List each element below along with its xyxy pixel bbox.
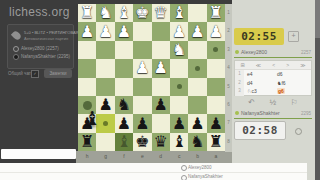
white-player-line[interactable]: Alexey2800 (2257) xyxy=(13,46,59,52)
square-b6[interactable] xyxy=(188,96,206,114)
square-e7[interactable]: ♟ xyxy=(133,114,151,132)
game-info-line2: Автоматическая партия xyxy=(24,36,68,41)
move-row: 3 ♘c3 g6 xyxy=(235,87,311,96)
rank-label-3: 3 xyxy=(225,41,232,59)
square-b4[interactable] xyxy=(188,59,206,77)
white-piece-g1[interactable]: ♞ xyxy=(96,4,114,22)
square-h5[interactable] xyxy=(78,78,96,96)
square-b8[interactable]: ♞ xyxy=(188,133,206,151)
square-a3[interactable] xyxy=(207,41,225,59)
move-black[interactable]: d6 xyxy=(277,71,311,77)
square-a4[interactable] xyxy=(207,59,225,77)
black-piece-c7[interactable]: ♟ xyxy=(170,114,188,132)
white-piece-c3[interactable]: ♞ xyxy=(170,41,188,59)
square-h4[interactable] xyxy=(78,59,96,77)
square-d4[interactable]: ♟ xyxy=(152,59,170,77)
chess-board[interactable]: ♜♞♝♚♛♝♜♟♟♟♟♟♟♞♟♟♟♞♟♟♟♟♟♟♟♜♝♚♛♝♞♜ xyxy=(78,4,225,151)
white-piece-h1[interactable]: ♜ xyxy=(78,4,96,22)
square-b3[interactable] xyxy=(188,41,206,59)
blitz-fire-icon xyxy=(11,30,22,41)
scrollbar-thumb[interactable] xyxy=(315,0,320,38)
file-label-f: f xyxy=(115,153,133,159)
square-f7[interactable]: ♟ xyxy=(115,114,133,132)
square-b7[interactable]: ♟ xyxy=(188,114,206,132)
move-black[interactable]: ♞f6 xyxy=(277,80,311,86)
square-d3[interactable] xyxy=(152,41,170,59)
move-nav-bar: ⊞ ≪ < > ≫ xyxy=(235,61,311,70)
ghost-piece-f8: ♝ xyxy=(115,133,133,151)
game-info-box: 5+0 • BLITZ • РЕЙТИНГОВАЯ Автоматическая… xyxy=(7,24,74,69)
white-player-row[interactable]: Alexey2800 2257 xyxy=(234,48,312,58)
file-label-h: h xyxy=(78,153,96,159)
chat-input[interactable] xyxy=(1,149,76,159)
black-piece-a8[interactable]: ♜ xyxy=(207,133,225,151)
white-piece-a2[interactable]: ♟ xyxy=(207,22,225,40)
white-piece-f2[interactable]: ♟ xyxy=(115,22,133,40)
table-row[interactable]: NafanyaShakhter xyxy=(0,173,307,181)
table-row[interactable]: Alexey2800 xyxy=(0,163,307,173)
black-piece-d8[interactable]: ♛ xyxy=(152,133,170,151)
white-piece-b2[interactable]: ♟ xyxy=(188,22,206,40)
black-piece-b7[interactable]: ♟ xyxy=(188,114,206,132)
move-row: 1 e4 d6 xyxy=(235,70,311,79)
square-c5[interactable] xyxy=(170,78,188,96)
file-label-g: g xyxy=(96,153,114,159)
white-color-icon xyxy=(13,46,19,52)
square-f4[interactable] xyxy=(115,59,133,77)
rank-label-1: 1 xyxy=(225,4,232,22)
file-coordinates: hgfedcba xyxy=(78,153,226,159)
square-b1[interactable] xyxy=(188,4,206,22)
white-piece-d4[interactable]: ♟ xyxy=(152,59,170,77)
move-list-box: ⊞ ≪ < > ≫ 1 e4 d6 2 d4 ♞f6 3 ♘c3 g6 xyxy=(234,60,312,96)
square-f8[interactable]: ♝ xyxy=(115,133,133,151)
square-h3[interactable] xyxy=(78,41,96,59)
square-f6[interactable]: ♞ xyxy=(115,96,133,114)
black-clock: 02:58 xyxy=(234,121,286,140)
file-label-a: a xyxy=(207,153,225,159)
square-a1[interactable]: ♜ xyxy=(207,4,225,22)
notes-button[interactable]: Заметки xyxy=(44,69,72,78)
next-move-icon[interactable]: > xyxy=(286,61,289,69)
black-piece-e8[interactable]: ♚ xyxy=(133,133,151,151)
draw-offer-icon[interactable]: ½ xyxy=(269,98,276,108)
move-dest-dot-b4 xyxy=(195,66,200,71)
square-a5[interactable] xyxy=(207,78,225,96)
move-black-current[interactable]: g6 xyxy=(277,88,311,94)
square-d5[interactable] xyxy=(152,78,170,96)
square-c8[interactable]: ♝ xyxy=(170,133,188,151)
black-piece-f6[interactable]: ♞ xyxy=(115,96,133,114)
square-h2[interactable]: ♟ xyxy=(78,22,96,40)
move-white[interactable]: e4 xyxy=(244,71,277,77)
file-label-c: c xyxy=(170,153,188,159)
square-h8[interactable]: ♜ xyxy=(78,133,96,151)
square-g5[interactable] xyxy=(96,78,114,96)
chat-label: Общий чат xyxy=(8,71,31,76)
scrollbar[interactable] xyxy=(315,0,320,180)
square-h1[interactable]: ♜ xyxy=(78,4,96,22)
game-controls: ↶ ½ ⚐ xyxy=(234,98,312,108)
rank-label-8: 8 xyxy=(225,133,232,151)
rank-coordinates: 12345678 xyxy=(225,4,232,152)
game-info-line1: 5+0 • BLITZ • РЕЙТИНГОВАЯ xyxy=(24,30,78,35)
square-f3[interactable] xyxy=(115,41,133,59)
white-piece-f1[interactable]: ♝ xyxy=(115,4,133,22)
move-row: 2 d4 ♞f6 xyxy=(235,79,311,88)
square-d1[interactable]: ♛ xyxy=(152,4,170,22)
square-d8[interactable]: ♛ xyxy=(152,133,170,151)
white-piece-e1[interactable]: ♚ xyxy=(133,4,151,22)
square-a7[interactable]: ♟ xyxy=(207,114,225,132)
square-g2[interactable]: ♟ xyxy=(96,22,114,40)
square-g1[interactable]: ♞ xyxy=(96,4,114,22)
white-piece-d1[interactable]: ♛ xyxy=(152,4,170,22)
white-color-icon xyxy=(181,175,187,181)
black-player-line[interactable]: NafanyaShakhter (2295) xyxy=(13,54,70,60)
panel-circle-icon[interactable] xyxy=(295,128,302,135)
square-c3[interactable]: ♞ xyxy=(170,41,188,59)
square-c1[interactable]: ♝ xyxy=(170,4,188,22)
white-piece-a1[interactable]: ♜ xyxy=(207,4,225,22)
black-piece-e7[interactable]: ♟ xyxy=(133,114,151,132)
square-g8[interactable] xyxy=(96,133,114,151)
square-c4[interactable] xyxy=(170,59,188,77)
white-color-icon xyxy=(181,165,187,171)
black-piece-f7[interactable]: ♟ xyxy=(115,114,133,132)
last-move-icon[interactable]: ≫ xyxy=(300,61,305,69)
resign-flag-icon[interactable]: ⚐ xyxy=(290,98,297,108)
square-d7[interactable] xyxy=(152,114,170,132)
file-label-e: e xyxy=(133,153,151,159)
online-dot-icon xyxy=(235,50,239,54)
rank-label-2: 2 xyxy=(225,22,232,40)
square-e4[interactable]: ♟ xyxy=(133,59,151,77)
white-piece-c2[interactable]: ♟ xyxy=(170,22,188,40)
move-dest-dot-a3 xyxy=(213,47,218,52)
square-c7[interactable]: ♟ xyxy=(170,114,188,132)
move-dest-dot-c5 xyxy=(177,84,182,89)
rank-label-6: 6 xyxy=(225,96,232,114)
square-g3[interactable] xyxy=(96,41,114,59)
square-a6[interactable] xyxy=(207,96,225,114)
square-b5[interactable] xyxy=(188,78,206,96)
white-piece-e4[interactable]: ♟ xyxy=(133,59,151,77)
move-white[interactable]: ♘c3 xyxy=(244,88,277,94)
white-piece-c1[interactable]: ♝ xyxy=(170,4,188,22)
square-g4[interactable] xyxy=(96,59,114,77)
file-label-b: b xyxy=(188,153,206,159)
square-e5[interactable] xyxy=(133,78,151,96)
square-e3[interactable] xyxy=(133,41,151,59)
bottom-table: Alexey2800 NafanyaShakhter xyxy=(0,163,307,180)
file-label-d: d xyxy=(152,153,170,159)
lichess-game-page: lichess.org 5+0 • BLITZ • РЕЙТИНГОВАЯ Ав… xyxy=(0,0,320,180)
square-f1[interactable]: ♝ xyxy=(115,4,133,22)
rank-label-7: 7 xyxy=(225,114,232,132)
square-e8[interactable]: ♚ xyxy=(133,133,151,151)
square-f2[interactable]: ♟ xyxy=(115,22,133,40)
white-piece-g2[interactable]: ♟ xyxy=(96,22,114,40)
lichess-logo[interactable]: lichess.org xyxy=(9,5,70,19)
square-a8[interactable]: ♜ xyxy=(207,133,225,151)
first-move-icon[interactable]: ≪ xyxy=(256,61,261,69)
square-e2[interactable] xyxy=(133,22,151,40)
dragged-black-bishop[interactable]: ♝ xyxy=(84,107,101,129)
square-a2[interactable]: ♟ xyxy=(207,22,225,40)
game-side-panel: 02:55 + Alexey2800 2257 ⊞ ≪ < > ≫ 1 e4 d… xyxy=(232,0,315,180)
black-piece-d6[interactable]: ♟ xyxy=(152,96,170,114)
prev-move-icon[interactable]: < xyxy=(272,61,275,69)
square-e6[interactable] xyxy=(133,96,151,114)
black-piece-c8[interactable]: ♝ xyxy=(170,133,188,151)
square-e1[interactable]: ♚ xyxy=(133,4,151,22)
chat-toggle-checkbox[interactable]: ✓ xyxy=(31,70,39,78)
black-color-icon xyxy=(13,54,19,60)
square-c6[interactable] xyxy=(170,96,188,114)
takeback-icon[interactable]: ↶ xyxy=(248,98,255,108)
black-piece-b8[interactable]: ♞ xyxy=(188,133,206,151)
square-b2[interactable]: ♟ xyxy=(188,22,206,40)
square-d2[interactable] xyxy=(152,22,170,40)
move-dest-dot-g7 xyxy=(103,121,108,126)
white-piece-h2[interactable]: ♟ xyxy=(78,22,96,40)
black-piece-a7[interactable]: ♟ xyxy=(207,114,225,132)
black-player-row[interactable]: NafanyaShakhter 2295 xyxy=(234,109,312,119)
online-dot-icon xyxy=(235,111,239,115)
move-white[interactable]: d4 xyxy=(244,80,277,86)
white-clock: 02:55 xyxy=(234,28,284,45)
black-piece-h8[interactable]: ♜ xyxy=(78,133,96,151)
analysis-board-icon[interactable]: ⊞ xyxy=(241,61,245,69)
rank-label-5: 5 xyxy=(225,78,232,96)
square-f5[interactable] xyxy=(115,78,133,96)
square-d6[interactable]: ♟ xyxy=(152,96,170,114)
rank-label-4: 4 xyxy=(225,59,232,77)
square-c2[interactable]: ♟ xyxy=(170,22,188,40)
moretime-button[interactable]: + xyxy=(288,31,299,42)
